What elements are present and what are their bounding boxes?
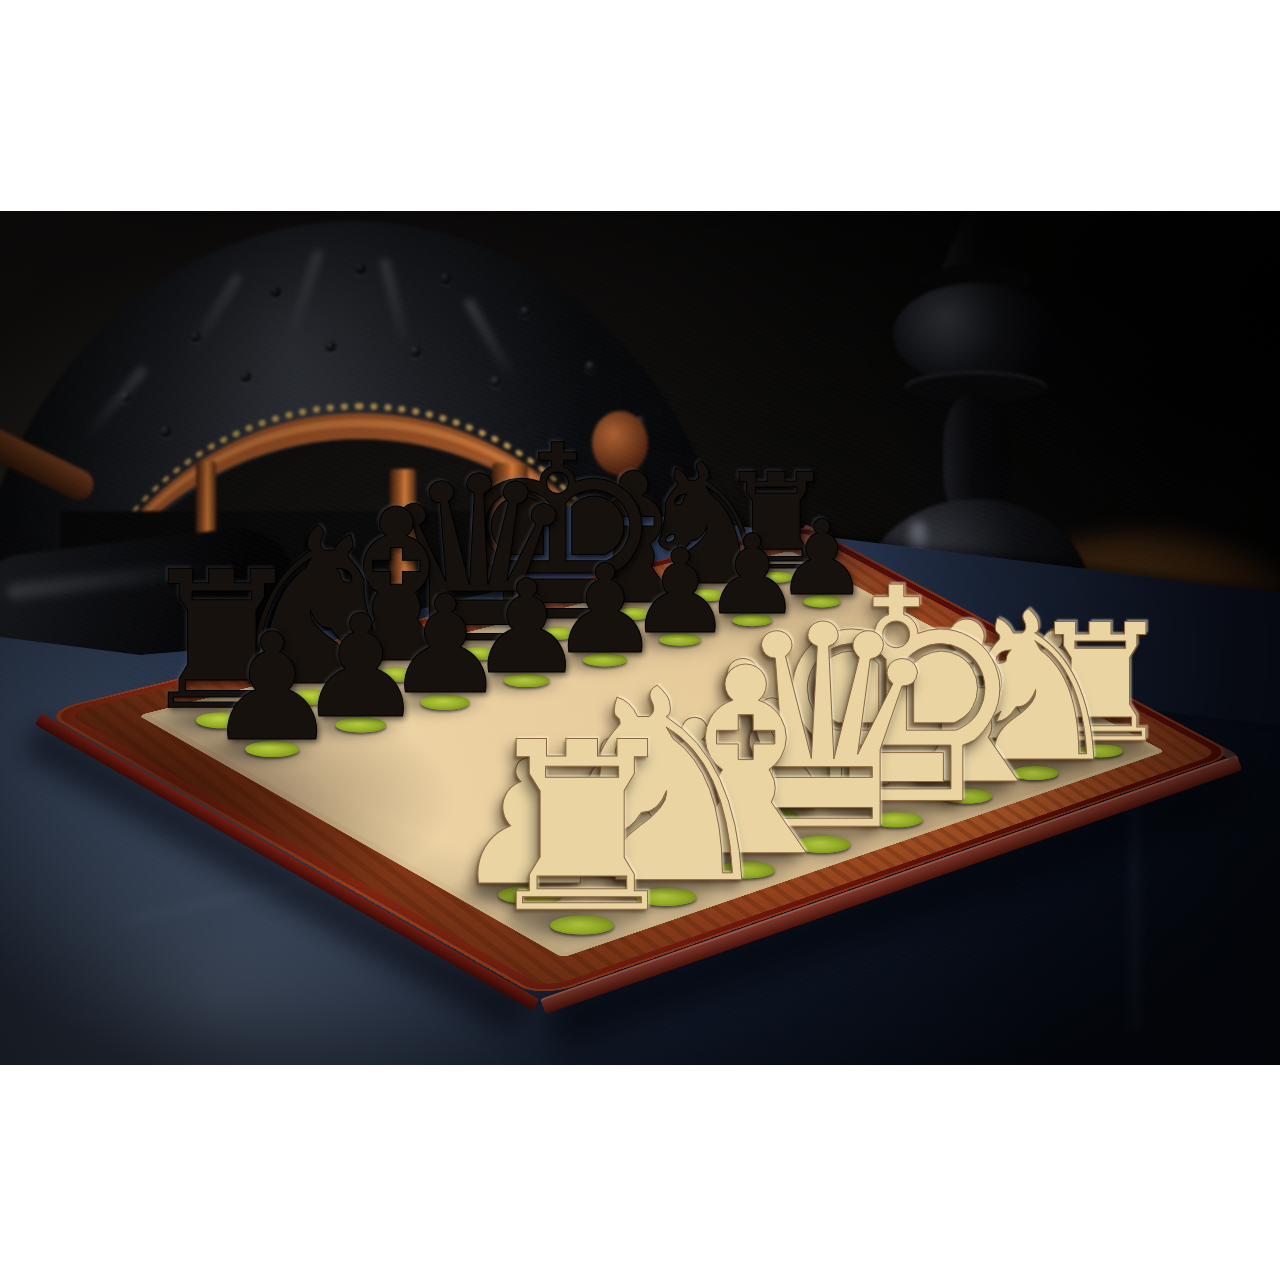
- photo-scene: ♜♞♝♛♚♝♞♜♟♟♟♟♟♟♟♟♟♟♟♟♟♟♟♟♜♞♝♛♚♝♞♜: [0, 211, 1280, 1065]
- rook-glyph: ♜: [477, 712, 686, 946]
- pieces-layer: ♜♞♝♛♚♝♞♜♟♟♟♟♟♟♟♟♟♟♟♟♟♟♟♟♜♞♝♛♚♝♞♜: [0, 211, 1280, 1065]
- pawn-glyph: ♟: [206, 614, 339, 763]
- page-canvas: ♜♞♝♛♚♝♞♜♟♟♟♟♟♟♟♟♟♟♟♟♟♟♟♟♜♞♝♛♚♝♞♜: [0, 0, 1280, 1280]
